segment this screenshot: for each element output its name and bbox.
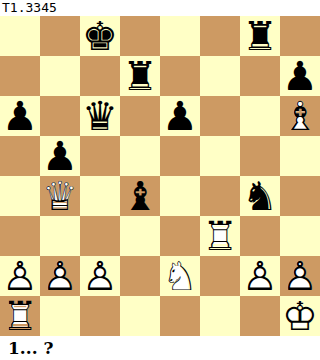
square-g6[interactable] [240,96,280,136]
white-pawn-icon: ♙ [80,256,120,296]
square-e2[interactable]: ♞♘ [160,256,200,296]
white-pawn-icon: ♙ [240,256,280,296]
square-e8[interactable] [160,16,200,56]
square-e5[interactable] [160,136,200,176]
square-a4[interactable] [0,176,40,216]
square-e3[interactable] [160,216,200,256]
square-b6[interactable] [40,96,80,136]
square-b5[interactable]: ♟ [40,136,80,176]
square-g1[interactable] [240,296,280,336]
piece-black-knight[interactable]: ♞ [240,176,280,216]
square-c3[interactable] [80,216,120,256]
square-b3[interactable] [40,216,80,256]
black-pawn-icon: ♟ [40,136,80,176]
piece-black-pawn[interactable]: ♟ [40,136,80,176]
white-rook-icon: ♖ [200,216,240,256]
white-king-icon: ♔ [280,296,320,336]
square-b4[interactable]: ♛♕ [40,176,80,216]
black-pawn-icon: ♟ [280,56,320,96]
piece-white-knight[interactable]: ♞♘ [160,256,200,296]
black-knight-icon: ♞ [240,176,280,216]
square-h5[interactable] [280,136,320,176]
square-a2[interactable]: ♟♙ [0,256,40,296]
white-rook-icon: ♖ [0,296,40,336]
piece-black-pawn[interactable]: ♟ [0,96,40,136]
square-c2[interactable]: ♟♙ [80,256,120,296]
move-prompt: 1... ? [0,336,320,360]
square-c5[interactable] [80,136,120,176]
square-f1[interactable] [200,296,240,336]
white-pawn-icon: ♙ [280,256,320,296]
piece-white-rook[interactable]: ♜♖ [0,296,40,336]
square-d7[interactable]: ♜ [120,56,160,96]
square-a1[interactable]: ♜♖ [0,296,40,336]
piece-white-pawn[interactable]: ♟♙ [80,256,120,296]
piece-black-bishop[interactable]: ♝ [120,176,160,216]
square-d6[interactable] [120,96,160,136]
piece-black-rook[interactable]: ♜ [240,16,280,56]
square-e1[interactable] [160,296,200,336]
black-rook-icon: ♜ [240,16,280,56]
square-f2[interactable] [200,256,240,296]
square-c8[interactable]: ♚ [80,16,120,56]
square-c1[interactable] [80,296,120,336]
piece-white-pawn[interactable]: ♟♙ [40,256,80,296]
square-c4[interactable] [80,176,120,216]
white-knight-icon: ♘ [160,256,200,296]
square-e6[interactable]: ♟ [160,96,200,136]
white-queen-icon: ♕ [40,176,80,216]
black-king-icon: ♚ [80,16,120,56]
square-f6[interactable] [200,96,240,136]
square-h3[interactable] [280,216,320,256]
square-c7[interactable] [80,56,120,96]
square-d2[interactable] [120,256,160,296]
piece-black-king[interactable]: ♚ [80,16,120,56]
piece-white-pawn[interactable]: ♟♙ [0,256,40,296]
piece-black-queen[interactable]: ♛ [80,96,120,136]
square-h1[interactable]: ♚♔ [280,296,320,336]
white-pawn-icon: ♙ [0,256,40,296]
square-c6[interactable]: ♛ [80,96,120,136]
square-g5[interactable] [240,136,280,176]
square-g7[interactable] [240,56,280,96]
chess-board: ♚♜♜♟♟♛♟♝♗♟♛♕♝♞♜♖♟♙♟♙♟♙♞♘♟♙♟♙♜♖♚♔ [0,16,320,336]
square-d5[interactable] [120,136,160,176]
black-queen-icon: ♛ [80,96,120,136]
piece-white-pawn[interactable]: ♟♙ [240,256,280,296]
black-bishop-icon: ♝ [120,176,160,216]
square-g2[interactable]: ♟♙ [240,256,280,296]
square-g3[interactable] [240,216,280,256]
square-g4[interactable]: ♞ [240,176,280,216]
square-h4[interactable] [280,176,320,216]
square-d8[interactable] [120,16,160,56]
piece-black-pawn[interactable]: ♟ [280,56,320,96]
square-f3[interactable]: ♜♖ [200,216,240,256]
square-f5[interactable] [200,136,240,176]
square-f8[interactable] [200,16,240,56]
square-a7[interactable] [0,56,40,96]
piece-black-rook[interactable]: ♜ [120,56,160,96]
piece-white-queen[interactable]: ♛♕ [40,176,80,216]
white-pawn-icon: ♙ [40,256,80,296]
square-g8[interactable]: ♜ [240,16,280,56]
square-e7[interactable] [160,56,200,96]
square-b1[interactable] [40,296,80,336]
square-b2[interactable]: ♟♙ [40,256,80,296]
black-pawn-icon: ♟ [0,96,40,136]
square-h6[interactable]: ♝♗ [280,96,320,136]
square-d3[interactable] [120,216,160,256]
square-h2[interactable]: ♟♙ [280,256,320,296]
piece-black-pawn[interactable]: ♟ [160,96,200,136]
square-b7[interactable] [40,56,80,96]
square-b8[interactable] [40,16,80,56]
square-d1[interactable] [120,296,160,336]
white-bishop-icon: ♗ [280,96,320,136]
square-f4[interactable] [200,176,240,216]
piece-white-rook[interactable]: ♜♖ [200,216,240,256]
square-a3[interactable] [0,216,40,256]
square-a5[interactable] [0,136,40,176]
square-e4[interactable] [160,176,200,216]
black-pawn-icon: ♟ [160,96,200,136]
square-h7[interactable]: ♟ [280,56,320,96]
piece-white-king[interactable]: ♚♔ [280,296,320,336]
piece-white-pawn[interactable]: ♟♙ [280,256,320,296]
black-rook-icon: ♜ [120,56,160,96]
square-a8[interactable] [0,16,40,56]
square-h8[interactable] [280,16,320,56]
square-f7[interactable] [200,56,240,96]
square-a6[interactable]: ♟ [0,96,40,136]
piece-white-bishop[interactable]: ♝♗ [280,96,320,136]
square-d4[interactable]: ♝ [120,176,160,216]
